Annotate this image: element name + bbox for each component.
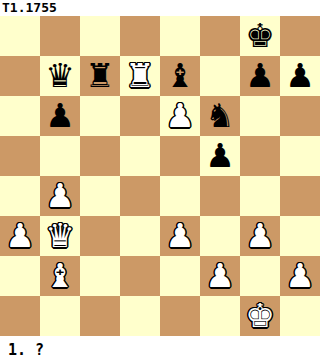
square-g6[interactable] xyxy=(240,96,280,136)
square-g7[interactable]: ♟ xyxy=(240,56,280,96)
square-e2[interactable] xyxy=(160,256,200,296)
black-pawn[interactable]: ♟ xyxy=(205,139,235,172)
square-e3[interactable]: ♟ xyxy=(160,216,200,256)
square-e8[interactable] xyxy=(160,16,200,56)
black-king[interactable]: ♚ xyxy=(245,19,275,52)
square-h5[interactable] xyxy=(280,136,320,176)
square-b6[interactable]: ♟ xyxy=(40,96,80,136)
chess-board: ♚♛♜♜♝♟♟♟♟♞♟♟♟♛♟♟♝♟♟♚ xyxy=(0,16,320,336)
white-king[interactable]: ♚ xyxy=(245,299,275,332)
square-d8[interactable] xyxy=(120,16,160,56)
square-c7[interactable]: ♜ xyxy=(80,56,120,96)
square-g8[interactable]: ♚ xyxy=(240,16,280,56)
square-f8[interactable] xyxy=(200,16,240,56)
square-f1[interactable] xyxy=(200,296,240,336)
square-d5[interactable] xyxy=(120,136,160,176)
white-pawn[interactable]: ♟ xyxy=(45,179,75,212)
square-b1[interactable] xyxy=(40,296,80,336)
square-f5[interactable]: ♟ xyxy=(200,136,240,176)
square-c3[interactable] xyxy=(80,216,120,256)
square-a2[interactable] xyxy=(0,256,40,296)
square-h2[interactable]: ♟ xyxy=(280,256,320,296)
white-pawn[interactable]: ♟ xyxy=(245,219,275,252)
square-h8[interactable] xyxy=(280,16,320,56)
puzzle-id: T1.1755 xyxy=(0,0,320,16)
white-pawn[interactable]: ♟ xyxy=(205,259,235,292)
square-c1[interactable] xyxy=(80,296,120,336)
square-d1[interactable] xyxy=(120,296,160,336)
square-c2[interactable] xyxy=(80,256,120,296)
square-g1[interactable]: ♚ xyxy=(240,296,280,336)
square-d3[interactable] xyxy=(120,216,160,256)
square-b8[interactable] xyxy=(40,16,80,56)
square-f2[interactable]: ♟ xyxy=(200,256,240,296)
square-h4[interactable] xyxy=(280,176,320,216)
square-h1[interactable] xyxy=(280,296,320,336)
chess-puzzle-app: T1.1755 ♚♛♜♜♝♟♟♟♟♞♟♟♟♛♟♟♝♟♟♚ 1. ? xyxy=(0,0,320,360)
square-f7[interactable] xyxy=(200,56,240,96)
square-c8[interactable] xyxy=(80,16,120,56)
square-h3[interactable] xyxy=(280,216,320,256)
square-h6[interactable] xyxy=(280,96,320,136)
square-b2[interactable]: ♝ xyxy=(40,256,80,296)
square-a1[interactable] xyxy=(0,296,40,336)
square-d7[interactable]: ♜ xyxy=(120,56,160,96)
white-pawn[interactable]: ♟ xyxy=(5,219,35,252)
square-e1[interactable] xyxy=(160,296,200,336)
square-f3[interactable] xyxy=(200,216,240,256)
square-e6[interactable]: ♟ xyxy=(160,96,200,136)
square-b5[interactable] xyxy=(40,136,80,176)
black-pawn[interactable]: ♟ xyxy=(285,59,315,92)
square-f6[interactable]: ♞ xyxy=(200,96,240,136)
square-b7[interactable]: ♛ xyxy=(40,56,80,96)
square-e4[interactable] xyxy=(160,176,200,216)
square-a4[interactable] xyxy=(0,176,40,216)
square-g4[interactable] xyxy=(240,176,280,216)
white-pawn[interactable]: ♟ xyxy=(165,219,195,252)
white-pawn[interactable]: ♟ xyxy=(165,99,195,132)
square-e5[interactable] xyxy=(160,136,200,176)
square-a8[interactable] xyxy=(0,16,40,56)
white-bishop[interactable]: ♝ xyxy=(45,259,75,292)
black-pawn[interactable]: ♟ xyxy=(45,99,75,132)
square-g3[interactable]: ♟ xyxy=(240,216,280,256)
square-c6[interactable] xyxy=(80,96,120,136)
square-c4[interactable] xyxy=(80,176,120,216)
move-prompt: 1. ? xyxy=(0,336,320,360)
square-b3[interactable]: ♛ xyxy=(40,216,80,256)
square-a3[interactable]: ♟ xyxy=(0,216,40,256)
white-queen[interactable]: ♛ xyxy=(45,219,75,252)
black-rook[interactable]: ♜ xyxy=(85,59,115,92)
white-pawn[interactable]: ♟ xyxy=(285,259,315,292)
square-a5[interactable] xyxy=(0,136,40,176)
square-c5[interactable] xyxy=(80,136,120,176)
square-d6[interactable] xyxy=(120,96,160,136)
square-f4[interactable] xyxy=(200,176,240,216)
square-d4[interactable] xyxy=(120,176,160,216)
square-g2[interactable] xyxy=(240,256,280,296)
square-d2[interactable] xyxy=(120,256,160,296)
black-bishop[interactable]: ♝ xyxy=(165,59,195,92)
square-e7[interactable]: ♝ xyxy=(160,56,200,96)
white-rook[interactable]: ♜ xyxy=(125,59,155,92)
black-knight[interactable]: ♞ xyxy=(205,99,235,132)
square-a7[interactable] xyxy=(0,56,40,96)
square-b4[interactable]: ♟ xyxy=(40,176,80,216)
black-queen[interactable]: ♛ xyxy=(45,59,75,92)
square-h7[interactable]: ♟ xyxy=(280,56,320,96)
square-a6[interactable] xyxy=(0,96,40,136)
square-g5[interactable] xyxy=(240,136,280,176)
black-pawn[interactable]: ♟ xyxy=(245,59,275,92)
